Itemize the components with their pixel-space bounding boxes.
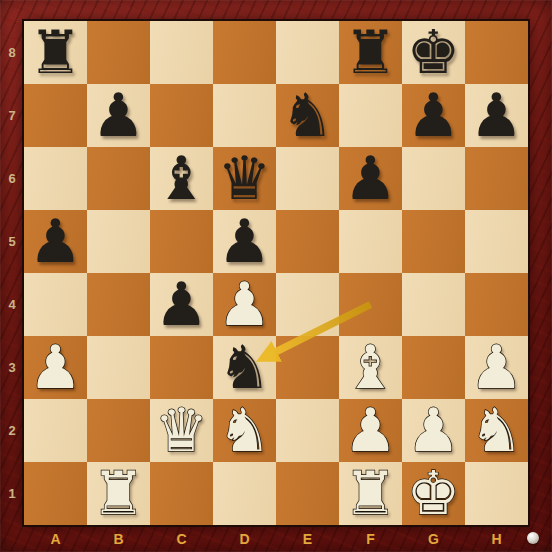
square-c8[interactable]	[150, 21, 213, 84]
square-b3[interactable]	[87, 336, 150, 399]
square-b7[interactable]: ♟	[87, 84, 150, 147]
white-pawn-g2[interactable]: ♟	[402, 399, 465, 462]
square-c7[interactable]	[150, 84, 213, 147]
file-label-a: A	[24, 525, 87, 552]
square-f1[interactable]: ♜	[339, 462, 402, 525]
square-a3[interactable]: ♟	[24, 336, 87, 399]
square-f2[interactable]: ♟	[339, 399, 402, 462]
square-f8[interactable]: ♜	[339, 21, 402, 84]
square-e3[interactable]	[276, 336, 339, 399]
rank-label-5: 5	[0, 210, 24, 273]
square-h6[interactable]	[465, 147, 528, 210]
square-h2[interactable]: ♞	[465, 399, 528, 462]
square-g5[interactable]	[402, 210, 465, 273]
white-pawn-h3[interactable]: ♟	[465, 336, 528, 399]
square-c1[interactable]	[150, 462, 213, 525]
square-e5[interactable]	[276, 210, 339, 273]
white-bishop-f3[interactable]: ♝	[339, 336, 402, 399]
square-b5[interactable]	[87, 210, 150, 273]
black-pawn-g7[interactable]: ♟	[402, 84, 465, 147]
square-h8[interactable]	[465, 21, 528, 84]
square-a1[interactable]	[24, 462, 87, 525]
square-g8[interactable]: ♚	[402, 21, 465, 84]
square-g6[interactable]	[402, 147, 465, 210]
file-labels: ABCDEFGH	[24, 525, 528, 552]
white-rook-f1[interactable]: ♜	[339, 462, 402, 525]
square-e4[interactable]	[276, 273, 339, 336]
square-g4[interactable]	[402, 273, 465, 336]
rank-label-3: 3	[0, 336, 24, 399]
black-pawn-f6[interactable]: ♟	[339, 147, 402, 210]
chess-board[interactable]: ♜♜♚♟♞♟♟♝♛♟♟♟♟♟♟♞♝♟♛♞♟♟♞♜♜♚	[24, 21, 528, 525]
square-d2[interactable]: ♞	[213, 399, 276, 462]
rank-label-6: 6	[0, 147, 24, 210]
file-label-b: B	[87, 525, 150, 552]
black-knight-e7[interactable]: ♞	[276, 84, 339, 147]
square-e1[interactable]	[276, 462, 339, 525]
square-c6[interactable]: ♝	[150, 147, 213, 210]
black-king-g8[interactable]: ♚	[402, 21, 465, 84]
square-f3[interactable]: ♝	[339, 336, 402, 399]
file-label-d: D	[213, 525, 276, 552]
black-queen-d6[interactable]: ♛	[213, 147, 276, 210]
square-c2[interactable]: ♛	[150, 399, 213, 462]
white-pawn-d4[interactable]: ♟	[213, 273, 276, 336]
square-a4[interactable]	[24, 273, 87, 336]
square-f6[interactable]: ♟	[339, 147, 402, 210]
square-h7[interactable]: ♟	[465, 84, 528, 147]
square-d7[interactable]	[213, 84, 276, 147]
square-a8[interactable]: ♜	[24, 21, 87, 84]
square-f5[interactable]	[339, 210, 402, 273]
file-label-g: G	[402, 525, 465, 552]
rank-label-1: 1	[0, 462, 24, 525]
square-d4[interactable]: ♟	[213, 273, 276, 336]
square-e2[interactable]	[276, 399, 339, 462]
square-g1[interactable]: ♚	[402, 462, 465, 525]
file-label-e: E	[276, 525, 339, 552]
square-e8[interactable]	[276, 21, 339, 84]
square-d6[interactable]: ♛	[213, 147, 276, 210]
file-label-c: C	[150, 525, 213, 552]
square-h3[interactable]: ♟	[465, 336, 528, 399]
black-rook-a8[interactable]: ♜	[24, 21, 87, 84]
square-a2[interactable]	[24, 399, 87, 462]
square-a5[interactable]: ♟	[24, 210, 87, 273]
square-h4[interactable]	[465, 273, 528, 336]
black-knight-d3[interactable]: ♞	[213, 336, 276, 399]
rank-label-7: 7	[0, 84, 24, 147]
rank-label-8: 8	[0, 21, 24, 84]
square-d5[interactable]: ♟	[213, 210, 276, 273]
chess-board-frame: 87654321 ♜♜♚♟♞♟♟♝♛♟♟♟♟♟♟♞♝♟♛♞♟♟♞♜♜♚ ABCD…	[0, 0, 552, 552]
square-g3[interactable]	[402, 336, 465, 399]
square-g7[interactable]: ♟	[402, 84, 465, 147]
square-b4[interactable]	[87, 273, 150, 336]
square-c4[interactable]: ♟	[150, 273, 213, 336]
white-rook-b1[interactable]: ♜	[87, 462, 150, 525]
square-g2[interactable]: ♟	[402, 399, 465, 462]
rank-labels: 87654321	[0, 21, 24, 525]
square-h1[interactable]	[465, 462, 528, 525]
square-c3[interactable]	[150, 336, 213, 399]
black-pawn-a5[interactable]: ♟	[24, 210, 87, 273]
square-d8[interactable]	[213, 21, 276, 84]
white-knight-d2[interactable]: ♞	[213, 399, 276, 462]
file-label-h: H	[465, 525, 528, 552]
square-e7[interactable]: ♞	[276, 84, 339, 147]
side-to-move-indicator	[527, 532, 539, 544]
white-queen-c2[interactable]: ♛	[150, 399, 213, 462]
file-label-f: F	[339, 525, 402, 552]
square-d1[interactable]	[213, 462, 276, 525]
black-bishop-c6[interactable]: ♝	[150, 147, 213, 210]
white-pawn-f2[interactable]: ♟	[339, 399, 402, 462]
square-d3[interactable]: ♞	[213, 336, 276, 399]
black-pawn-b7[interactable]: ♟	[87, 84, 150, 147]
square-b2[interactable]	[87, 399, 150, 462]
square-a7[interactable]	[24, 84, 87, 147]
square-f4[interactable]	[339, 273, 402, 336]
square-f7[interactable]	[339, 84, 402, 147]
square-b1[interactable]: ♜	[87, 462, 150, 525]
square-a6[interactable]	[24, 147, 87, 210]
white-king-g1[interactable]: ♚	[402, 462, 465, 525]
black-pawn-h7[interactable]: ♟	[465, 84, 528, 147]
square-c5[interactable]	[150, 210, 213, 273]
square-h5[interactable]	[465, 210, 528, 273]
black-rook-f8[interactable]: ♜	[339, 21, 402, 84]
white-knight-h2[interactable]: ♞	[465, 399, 528, 462]
rank-label-2: 2	[0, 399, 24, 462]
square-b8[interactable]	[87, 21, 150, 84]
rank-label-4: 4	[0, 273, 24, 336]
square-b6[interactable]	[87, 147, 150, 210]
white-pawn-a3[interactable]: ♟	[24, 336, 87, 399]
square-e6[interactable]	[276, 147, 339, 210]
black-pawn-c4[interactable]: ♟	[150, 273, 213, 336]
black-pawn-d5[interactable]: ♟	[213, 210, 276, 273]
